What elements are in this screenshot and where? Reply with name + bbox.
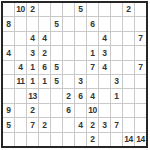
cell-r7c12[interactable]: [135, 89, 146, 102]
cell-r9c11[interactable]: [123, 118, 134, 131]
cell-r3c1[interactable]: [3, 32, 14, 45]
cell-r7c1[interactable]: [3, 89, 14, 102]
cell-r9c6[interactable]: [63, 118, 74, 131]
cell-r7c2[interactable]: [15, 89, 26, 102]
cell-r6c7[interactable]: 3: [75, 75, 86, 88]
cell-r3c8[interactable]: [87, 32, 98, 45]
cell-r4c9[interactable]: 3: [99, 46, 110, 59]
cell-r2c4[interactable]: [39, 17, 50, 30]
cell-r7c11[interactable]: [123, 89, 134, 102]
cell-r6c8[interactable]: [87, 75, 98, 88]
cell-r1c1[interactable]: [3, 3, 14, 16]
cell-r10c8[interactable]: 2: [87, 133, 98, 146]
cell-r3c3[interactable]: 4: [27, 32, 38, 45]
cell-r10c11[interactable]: 14: [123, 133, 134, 146]
cell-r4c10[interactable]: [111, 46, 122, 59]
cell-r2c11[interactable]: [123, 17, 134, 30]
cell-r4c3[interactable]: 3: [27, 46, 38, 59]
cell-r5c12[interactable]: 7: [135, 61, 146, 74]
cell-r10c2[interactable]: [15, 133, 26, 146]
cell-r7c4[interactable]: [39, 89, 50, 102]
cell-r5c1[interactable]: [3, 61, 14, 74]
cell-r6c12[interactable]: [135, 75, 146, 88]
cell-r1c6[interactable]: [63, 3, 74, 16]
cell-r5c10[interactable]: [111, 61, 122, 74]
cell-r9c12[interactable]: [135, 118, 146, 131]
cell-r3c5[interactable]: [51, 32, 62, 45]
cell-r10c5[interactable]: [51, 133, 62, 146]
cell-r2c8[interactable]: 6: [87, 17, 98, 30]
cell-r8c4[interactable]: [39, 104, 50, 117]
cell-r2c2[interactable]: [15, 17, 26, 30]
cell-r8c12[interactable]: [135, 104, 146, 117]
cell-r2c1[interactable]: 8: [3, 17, 14, 30]
puzzle-board: 1025285644474321341657471111533132641926…: [1, 1, 148, 148]
cell-r2c6[interactable]: [63, 17, 74, 30]
cell-r9c3[interactable]: 7: [27, 118, 38, 131]
cell-r2c10[interactable]: [111, 17, 122, 30]
cell-r5c3[interactable]: 1: [27, 61, 38, 74]
cell-r6c1[interactable]: [3, 75, 14, 88]
cell-r4c8[interactable]: 1: [87, 46, 98, 59]
cell-r3c9[interactable]: 4: [99, 32, 110, 45]
cell-r5c5[interactable]: 5: [51, 61, 62, 74]
cell-r8c2[interactable]: [15, 104, 26, 117]
cell-r3c11[interactable]: [123, 32, 134, 45]
cell-r7c8[interactable]: 4: [87, 89, 98, 102]
cell-r8c6[interactable]: 6: [63, 104, 74, 117]
cell-r3c10[interactable]: [111, 32, 122, 45]
cell-r6c4[interactable]: 1: [39, 75, 50, 88]
cell-r10c6[interactable]: [63, 133, 74, 146]
cell-r4c7[interactable]: [75, 46, 86, 59]
cell-r9c2[interactable]: [15, 118, 26, 131]
cell-r2c3[interactable]: [27, 17, 38, 30]
cell-r6c3[interactable]: 1: [27, 75, 38, 88]
cell-r5c11[interactable]: [123, 61, 134, 74]
cell-r6c5[interactable]: 5: [51, 75, 62, 88]
cell-r1c5[interactable]: [51, 3, 62, 16]
cell-r9c5[interactable]: [51, 118, 62, 131]
cell-r10c7[interactable]: [75, 133, 86, 146]
cell-r8c11[interactable]: [123, 104, 134, 117]
cell-r6c6[interactable]: [63, 75, 74, 88]
cell-r1c2[interactable]: 10: [15, 3, 26, 16]
cell-r1c7[interactable]: 5: [75, 3, 86, 16]
cell-r3c4[interactable]: 4: [39, 32, 50, 45]
cell-r9c10[interactable]: 7: [111, 118, 122, 131]
cell-r9c9[interactable]: 3: [99, 118, 110, 131]
cell-r9c1[interactable]: 5: [3, 118, 14, 131]
cell-r4c2[interactable]: [15, 46, 26, 59]
cell-r1c3[interactable]: 2: [27, 3, 38, 16]
cell-r5c4[interactable]: 6: [39, 61, 50, 74]
cell-r8c10[interactable]: [111, 104, 122, 117]
cell-r1c8[interactable]: [87, 3, 98, 16]
cell-r8c3[interactable]: 2: [27, 104, 38, 117]
cell-r3c12[interactable]: 7: [135, 32, 146, 45]
cell-r8c9[interactable]: [99, 104, 110, 117]
cell-r4c6[interactable]: [63, 46, 74, 59]
cell-r3c6[interactable]: [63, 32, 74, 45]
cell-r5c6[interactable]: [63, 61, 74, 74]
cell-r7c6[interactable]: 2: [63, 89, 74, 102]
cell-r6c2[interactable]: 11: [15, 75, 26, 88]
cell-r5c9[interactable]: 4: [99, 61, 110, 74]
cell-r2c12[interactable]: [135, 17, 146, 30]
cell-r10c12[interactable]: 14: [135, 133, 146, 146]
cell-r3c2[interactable]: [15, 32, 26, 45]
cell-r8c8[interactable]: 10: [87, 104, 98, 117]
cell-r6c9[interactable]: [99, 75, 110, 88]
cell-r2c7[interactable]: [75, 17, 86, 30]
cell-r3c7[interactable]: [75, 32, 86, 45]
cell-r6c11[interactable]: [123, 75, 134, 88]
cell-r10c10[interactable]: [111, 133, 122, 146]
cell-r9c4[interactable]: 2: [39, 118, 50, 131]
cell-r7c9[interactable]: [99, 89, 110, 102]
cell-r5c8[interactable]: 7: [87, 61, 98, 74]
cell-r5c2[interactable]: 4: [15, 61, 26, 74]
cell-r1c9[interactable]: [99, 3, 110, 16]
cell-r7c3[interactable]: 13: [27, 89, 38, 102]
cell-r10c9[interactable]: [99, 133, 110, 146]
cell-r8c1[interactable]: 9: [3, 104, 14, 117]
cell-r4c11[interactable]: [123, 46, 134, 59]
cell-r7c7[interactable]: 6: [75, 89, 86, 102]
cell-r6c10[interactable]: 3: [111, 75, 122, 88]
cell-r1c4[interactable]: [39, 3, 50, 16]
cell-r1c12[interactable]: [135, 3, 146, 16]
cell-r10c1[interactable]: [3, 133, 14, 146]
cell-r10c4[interactable]: [39, 133, 50, 146]
cell-r9c8[interactable]: 2: [87, 118, 98, 131]
cell-r5c7[interactable]: [75, 61, 86, 74]
cell-r4c1[interactable]: 4: [3, 46, 14, 59]
cell-r4c4[interactable]: 2: [39, 46, 50, 59]
cell-r9c7[interactable]: 4: [75, 118, 86, 131]
cell-r2c9[interactable]: [99, 17, 110, 30]
cell-r4c5[interactable]: [51, 46, 62, 59]
cell-r1c11[interactable]: 2: [123, 3, 134, 16]
cell-r10c3[interactable]: [27, 133, 38, 146]
cell-r7c10[interactable]: 1: [111, 89, 122, 102]
cell-r4c12[interactable]: [135, 46, 146, 59]
cell-r8c7[interactable]: [75, 104, 86, 117]
cell-r1c10[interactable]: [111, 3, 122, 16]
cell-r8c5[interactable]: [51, 104, 62, 117]
cell-r2c5[interactable]: 5: [51, 17, 62, 30]
cell-r7c5[interactable]: [51, 89, 62, 102]
